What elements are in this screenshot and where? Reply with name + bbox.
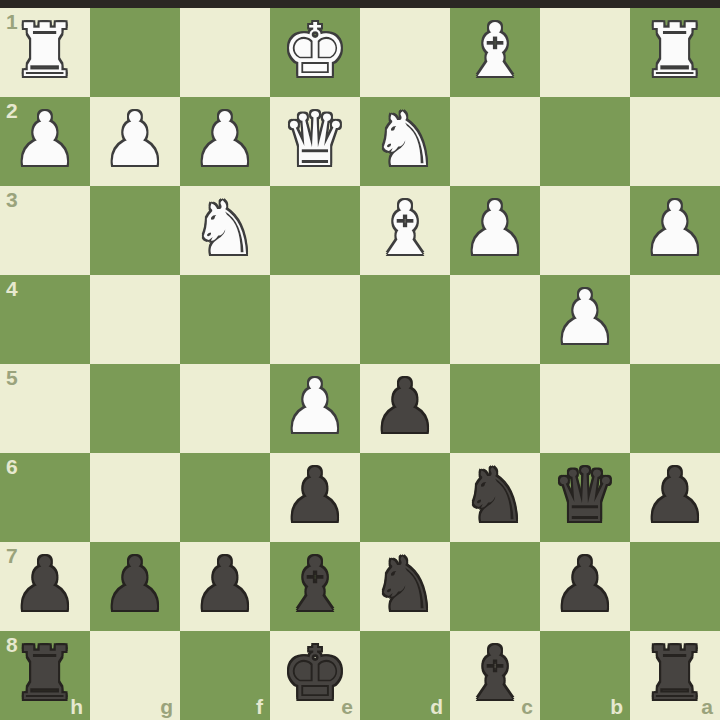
- black-knight[interactable]: ♞: [372, 547, 438, 621]
- square-b4[interactable]: ♟: [540, 275, 630, 364]
- square-b7[interactable]: ♟: [540, 542, 630, 631]
- square-b1[interactable]: [540, 8, 630, 97]
- black-rook[interactable]: ♜: [642, 636, 708, 710]
- square-b6[interactable]: ♛: [540, 453, 630, 542]
- square-h5[interactable]: 5: [0, 364, 90, 453]
- square-c2[interactable]: [450, 97, 540, 186]
- white-pawn[interactable]: ♟: [102, 102, 168, 176]
- rank-label-4: 4: [6, 278, 18, 299]
- rank-label-6: 6: [6, 456, 18, 477]
- black-bishop[interactable]: ♝: [282, 547, 348, 621]
- square-h3[interactable]: 3: [0, 186, 90, 275]
- square-g2[interactable]: ♟: [90, 97, 180, 186]
- square-a6[interactable]: ♟: [630, 453, 720, 542]
- top-bar: [0, 0, 720, 8]
- white-knight[interactable]: ♞: [192, 191, 258, 265]
- square-d7[interactable]: ♞: [360, 542, 450, 631]
- square-h1[interactable]: 1♜: [0, 8, 90, 97]
- black-pawn[interactable]: ♟: [642, 458, 708, 532]
- chess-app: 1♜♚♝♜2♟♟♟♛♞3♞♝♟♟4♟5♟♟6♟♞♛♟7♟♟♟♝♞♟8h♜gfe♚…: [0, 0, 720, 720]
- square-g5[interactable]: [90, 364, 180, 453]
- black-pawn[interactable]: ♟: [12, 547, 78, 621]
- square-e7[interactable]: ♝: [270, 542, 360, 631]
- square-f4[interactable]: [180, 275, 270, 364]
- black-pawn[interactable]: ♟: [552, 547, 618, 621]
- square-f2[interactable]: ♟: [180, 97, 270, 186]
- black-pawn[interactable]: ♟: [192, 547, 258, 621]
- file-label-b: b: [610, 696, 623, 717]
- square-g4[interactable]: [90, 275, 180, 364]
- rank-label-3: 3: [6, 189, 18, 210]
- white-queen[interactable]: ♛: [282, 102, 348, 176]
- square-b8[interactable]: b: [540, 631, 630, 720]
- square-e8[interactable]: e♚: [270, 631, 360, 720]
- square-c3[interactable]: ♟: [450, 186, 540, 275]
- square-h4[interactable]: 4: [0, 275, 90, 364]
- square-a2[interactable]: [630, 97, 720, 186]
- square-a3[interactable]: ♟: [630, 186, 720, 275]
- square-c8[interactable]: c♝: [450, 631, 540, 720]
- rank-label-5: 5: [6, 367, 18, 388]
- square-d5[interactable]: ♟: [360, 364, 450, 453]
- square-f7[interactable]: ♟: [180, 542, 270, 631]
- square-e4[interactable]: [270, 275, 360, 364]
- square-e2[interactable]: ♛: [270, 97, 360, 186]
- white-pawn[interactable]: ♟: [282, 369, 348, 443]
- square-h7[interactable]: 7♟: [0, 542, 90, 631]
- white-bishop[interactable]: ♝: [462, 13, 528, 87]
- square-a7[interactable]: [630, 542, 720, 631]
- square-c7[interactable]: [450, 542, 540, 631]
- black-bishop[interactable]: ♝: [462, 636, 528, 710]
- black-rook[interactable]: ♜: [12, 636, 78, 710]
- white-pawn[interactable]: ♟: [642, 191, 708, 265]
- square-g1[interactable]: [90, 8, 180, 97]
- square-h8[interactable]: 8h♜: [0, 631, 90, 720]
- square-a5[interactable]: [630, 364, 720, 453]
- square-c6[interactable]: ♞: [450, 453, 540, 542]
- square-h6[interactable]: 6: [0, 453, 90, 542]
- white-pawn[interactable]: ♟: [192, 102, 258, 176]
- square-c1[interactable]: ♝: [450, 8, 540, 97]
- square-b3[interactable]: [540, 186, 630, 275]
- square-a1[interactable]: ♜: [630, 8, 720, 97]
- square-b5[interactable]: [540, 364, 630, 453]
- square-g6[interactable]: [90, 453, 180, 542]
- white-rook[interactable]: ♜: [12, 13, 78, 87]
- square-c4[interactable]: [450, 275, 540, 364]
- white-pawn[interactable]: ♟: [462, 191, 528, 265]
- square-e5[interactable]: ♟: [270, 364, 360, 453]
- square-d1[interactable]: [360, 8, 450, 97]
- square-g3[interactable]: [90, 186, 180, 275]
- file-label-g: g: [160, 696, 173, 717]
- white-king[interactable]: ♚: [282, 13, 348, 87]
- square-a4[interactable]: [630, 275, 720, 364]
- black-king[interactable]: ♚: [282, 636, 348, 710]
- square-g7[interactable]: ♟: [90, 542, 180, 631]
- square-f1[interactable]: [180, 8, 270, 97]
- square-c5[interactable]: [450, 364, 540, 453]
- black-pawn[interactable]: ♟: [372, 369, 438, 443]
- square-f6[interactable]: [180, 453, 270, 542]
- square-d4[interactable]: [360, 275, 450, 364]
- white-knight[interactable]: ♞: [372, 102, 438, 176]
- white-pawn[interactable]: ♟: [12, 102, 78, 176]
- white-rook[interactable]: ♜: [642, 13, 708, 87]
- square-f5[interactable]: [180, 364, 270, 453]
- white-pawn[interactable]: ♟: [552, 280, 618, 354]
- black-pawn[interactable]: ♟: [282, 458, 348, 532]
- square-d3[interactable]: ♝: [360, 186, 450, 275]
- square-e1[interactable]: ♚: [270, 8, 360, 97]
- chess-board[interactable]: 1♜♚♝♜2♟♟♟♛♞3♞♝♟♟4♟5♟♟6♟♞♛♟7♟♟♟♝♞♟8h♜gfe♚…: [0, 8, 720, 720]
- square-e3[interactable]: [270, 186, 360, 275]
- square-f8[interactable]: f: [180, 631, 270, 720]
- file-label-f: f: [256, 696, 263, 717]
- white-bishop[interactable]: ♝: [372, 191, 438, 265]
- square-a8[interactable]: a♜: [630, 631, 720, 720]
- square-d2[interactable]: ♞: [360, 97, 450, 186]
- square-e6[interactable]: ♟: [270, 453, 360, 542]
- square-h2[interactable]: 2♟: [0, 97, 90, 186]
- square-g8[interactable]: g: [90, 631, 180, 720]
- black-knight[interactable]: ♞: [462, 458, 528, 532]
- black-queen[interactable]: ♛: [552, 458, 618, 532]
- square-d6[interactable]: [360, 453, 450, 542]
- file-label-d: d: [430, 696, 443, 717]
- square-f3[interactable]: ♞: [180, 186, 270, 275]
- square-b2[interactable]: [540, 97, 630, 186]
- black-pawn[interactable]: ♟: [102, 547, 168, 621]
- square-d8[interactable]: d: [360, 631, 450, 720]
